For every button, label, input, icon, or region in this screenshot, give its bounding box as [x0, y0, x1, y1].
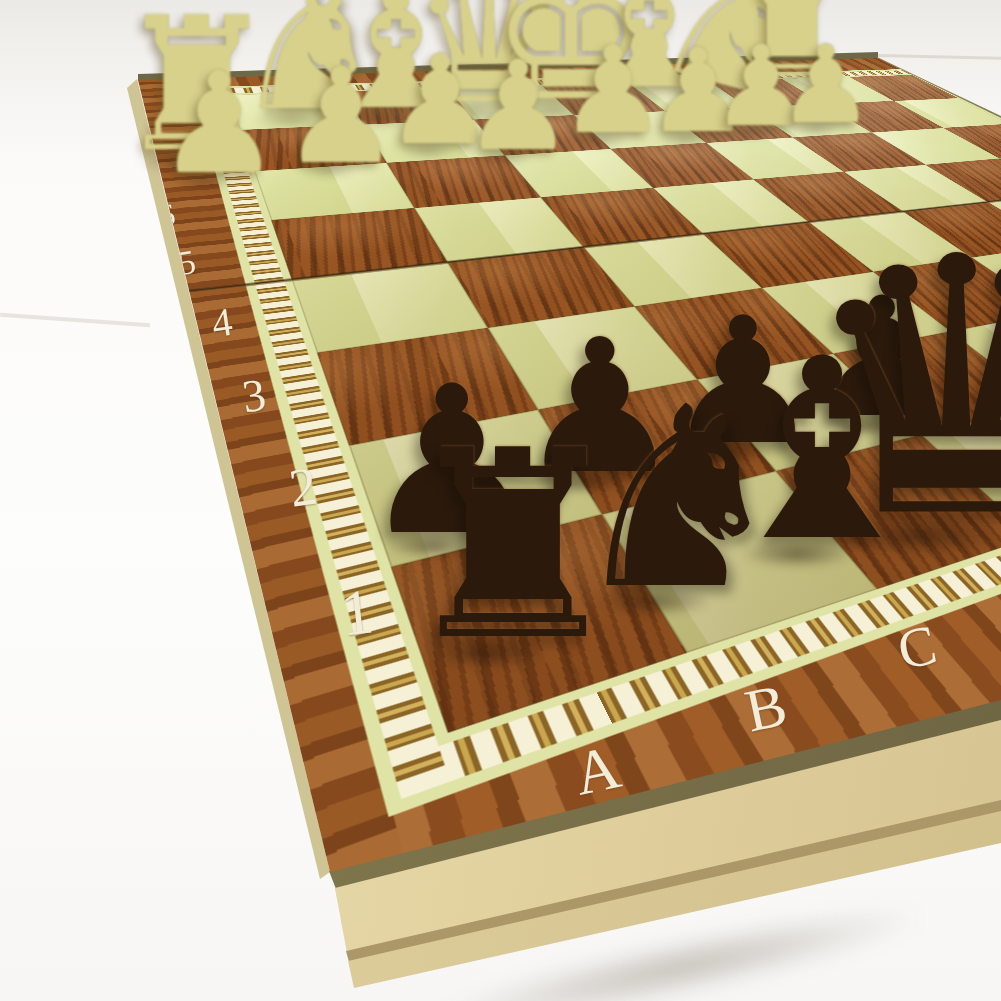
chess-set-photo: 87654321ABCDEFGH ♜♞♝♛♚♝♞♜♟♟♟♟♟♟♟♟♟♟♟♟♜♞♝… [0, 0, 1001, 1001]
rank-label-8: 8 [118, 115, 136, 143]
background-seam-line [0, 313, 150, 327]
square-a8[interactable] [228, 92, 363, 130]
